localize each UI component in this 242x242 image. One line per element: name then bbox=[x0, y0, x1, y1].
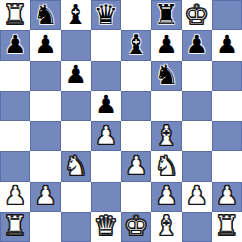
square-f4[interactable]: ♝ bbox=[151, 121, 181, 151]
square-b3[interactable] bbox=[30, 151, 60, 181]
square-a2[interactable]: ♟ bbox=[0, 182, 30, 212]
black-rook-piece[interactable]: ♜ bbox=[154, 1, 178, 28]
square-b2[interactable]: ♟ bbox=[30, 182, 60, 212]
square-c7[interactable] bbox=[61, 30, 91, 60]
black-pawn-piece[interactable]: ♟ bbox=[34, 32, 56, 57]
square-c1[interactable] bbox=[61, 212, 91, 242]
white-pawn-piece[interactable]: ♟ bbox=[216, 183, 238, 208]
square-h5[interactable] bbox=[212, 91, 242, 121]
white-pawn-piece[interactable]: ♟ bbox=[185, 183, 207, 208]
square-e7[interactable]: ♝ bbox=[121, 30, 151, 60]
white-queen-piece[interactable]: ♛ bbox=[94, 212, 118, 239]
white-king-piece[interactable]: ♚ bbox=[185, 1, 209, 28]
square-e2[interactable] bbox=[121, 182, 151, 212]
black-knight-piece[interactable]: ♞ bbox=[154, 61, 178, 88]
square-b5[interactable] bbox=[30, 91, 60, 121]
white-knight-piece[interactable]: ♞ bbox=[64, 152, 88, 179]
white-rook-piece[interactable]: ♜ bbox=[3, 212, 27, 239]
square-e6[interactable] bbox=[121, 61, 151, 91]
square-e1[interactable]: ♚ bbox=[121, 212, 151, 242]
white-pawn-piece[interactable]: ♟ bbox=[4, 183, 26, 208]
black-knight-piece[interactable]: ♞ bbox=[33, 1, 57, 28]
square-b1[interactable] bbox=[30, 212, 60, 242]
white-bishop-piece[interactable]: ♝ bbox=[154, 122, 178, 149]
black-pawn-piece[interactable]: ♟ bbox=[95, 92, 117, 117]
white-pawn-piece[interactable]: ♟ bbox=[34, 183, 56, 208]
square-f5[interactable] bbox=[151, 91, 181, 121]
square-a6[interactable] bbox=[0, 61, 30, 91]
square-a4[interactable] bbox=[0, 121, 30, 151]
square-g6[interactable] bbox=[182, 61, 212, 91]
white-bishop-piece[interactable]: ♝ bbox=[154, 212, 178, 239]
white-pawn-piece[interactable]: ♟ bbox=[95, 123, 117, 148]
square-f7[interactable]: ♟ bbox=[151, 30, 181, 60]
white-knight-piece[interactable]: ♞ bbox=[154, 152, 178, 179]
square-a1[interactable]: ♜ bbox=[0, 212, 30, 242]
white-rook-piece[interactable]: ♜ bbox=[215, 212, 239, 239]
black-pawn-piece[interactable]: ♟ bbox=[155, 32, 177, 57]
square-c5[interactable] bbox=[61, 91, 91, 121]
square-f6[interactable]: ♞ bbox=[151, 61, 181, 91]
square-h1[interactable]: ♜ bbox=[212, 212, 242, 242]
square-b4[interactable] bbox=[30, 121, 60, 151]
square-d5[interactable]: ♟ bbox=[91, 91, 121, 121]
square-c4[interactable] bbox=[61, 121, 91, 151]
square-g4[interactable] bbox=[182, 121, 212, 151]
square-g8[interactable]: ♚ bbox=[182, 0, 212, 30]
white-pawn-piece[interactable]: ♟ bbox=[155, 183, 177, 208]
square-f1[interactable]: ♝ bbox=[151, 212, 181, 242]
square-d7[interactable] bbox=[91, 30, 121, 60]
black-pawn-piece[interactable]: ♟ bbox=[216, 32, 238, 57]
square-d6[interactable] bbox=[91, 61, 121, 91]
black-bishop-piece[interactable]: ♝ bbox=[124, 31, 148, 58]
square-a8[interactable]: ♜ bbox=[0, 0, 30, 30]
square-b6[interactable] bbox=[30, 61, 60, 91]
square-c3[interactable]: ♞ bbox=[61, 151, 91, 181]
white-pawn-piece[interactable]: ♟ bbox=[125, 153, 147, 178]
square-c8[interactable]: ♝ bbox=[61, 0, 91, 30]
square-h6[interactable] bbox=[212, 61, 242, 91]
square-g1[interactable] bbox=[182, 212, 212, 242]
square-a7[interactable]: ♟ bbox=[0, 30, 30, 60]
square-e5[interactable] bbox=[121, 91, 151, 121]
square-e4[interactable] bbox=[121, 121, 151, 151]
square-e8[interactable] bbox=[121, 0, 151, 30]
black-pawn-piece[interactable]: ♟ bbox=[64, 62, 86, 87]
square-h8[interactable] bbox=[212, 0, 242, 30]
square-h3[interactable] bbox=[212, 151, 242, 181]
black-bishop-piece[interactable]: ♝ bbox=[64, 1, 88, 28]
white-rook-piece[interactable]: ♜ bbox=[3, 1, 27, 28]
black-pawn-piece[interactable]: ♟ bbox=[4, 32, 26, 57]
square-g7[interactable]: ♟ bbox=[182, 30, 212, 60]
square-g2[interactable]: ♟ bbox=[182, 182, 212, 212]
black-queen-piece[interactable]: ♛ bbox=[94, 1, 118, 28]
square-a5[interactable] bbox=[0, 91, 30, 121]
square-c2[interactable] bbox=[61, 182, 91, 212]
square-d1[interactable]: ♛ bbox=[91, 212, 121, 242]
square-f2[interactable]: ♟ bbox=[151, 182, 181, 212]
square-d8[interactable]: ♛ bbox=[91, 0, 121, 30]
square-h7[interactable]: ♟ bbox=[212, 30, 242, 60]
square-g5[interactable] bbox=[182, 91, 212, 121]
black-pawn-piece[interactable]: ♟ bbox=[185, 32, 207, 57]
square-b8[interactable]: ♞ bbox=[30, 0, 60, 30]
square-d3[interactable] bbox=[91, 151, 121, 181]
square-f8[interactable]: ♜ bbox=[151, 0, 181, 30]
square-d4[interactable]: ♟ bbox=[91, 121, 121, 151]
square-g3[interactable] bbox=[182, 151, 212, 181]
square-b7[interactable]: ♟ bbox=[30, 30, 60, 60]
square-h4[interactable] bbox=[212, 121, 242, 151]
square-d2[interactable] bbox=[91, 182, 121, 212]
square-a3[interactable] bbox=[0, 151, 30, 181]
square-e3[interactable]: ♟ bbox=[121, 151, 151, 181]
square-c6[interactable]: ♟ bbox=[61, 61, 91, 91]
square-h2[interactable]: ♟ bbox=[212, 182, 242, 212]
chess-board: ♜♞♝♛♜♚♟♟♝♟♟♟♟♞♟♟♝♞♟♞♟♟♟♟♟♜♛♚♝♜ bbox=[0, 0, 242, 242]
square-f3[interactable]: ♞ bbox=[151, 151, 181, 181]
white-king-piece[interactable]: ♚ bbox=[124, 212, 148, 239]
